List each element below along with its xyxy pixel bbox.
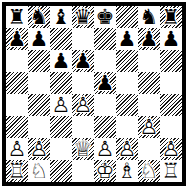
square-b7[interactable]: ♟♟ [28,28,50,50]
square-h8[interactable]: ♜♜ [160,6,182,28]
piece-black-pawn: ♟♟ [138,28,160,50]
square-g3[interactable]: ♟♙ [138,116,160,138]
piece-white-pawn: ♟♙ [116,138,138,160]
square-g2[interactable] [138,138,160,160]
piece-white-pawn: ♟♙ [160,138,182,160]
square-f1[interactable]: ♝♗ [116,160,138,182]
piece-white-knight: ♞♘ [28,160,50,182]
square-e7[interactable] [94,28,116,50]
square-a3[interactable] [6,116,28,138]
square-g7[interactable]: ♟♟ [138,28,160,50]
square-c8[interactable]: ♝♝ [50,6,72,28]
piece-white-pawn: ♟♙ [94,138,116,160]
piece-black-pawn: ♟♟ [72,50,94,72]
square-e4[interactable] [94,94,116,116]
piece-white-bishop: ♝♗ [116,160,138,182]
square-b2[interactable]: ♟♙ [28,138,50,160]
piece-black-knight: ♞♞ [28,6,50,28]
square-f2[interactable]: ♟♙ [116,138,138,160]
square-f6[interactable] [116,50,138,72]
piece-white-pawn: ♟♙ [72,94,94,116]
square-e8[interactable]: ♚♚ [94,6,116,28]
piece-white-queen: ♛♕ [72,138,94,160]
square-e5[interactable]: ♟♟ [94,72,116,94]
square-b6[interactable] [28,50,50,72]
square-f4[interactable] [116,94,138,116]
square-e6[interactable] [94,50,116,72]
square-f5[interactable] [116,72,138,94]
square-d7[interactable] [72,28,94,50]
square-e3[interactable] [94,116,116,138]
square-c4[interactable]: ♟♙ [50,94,72,116]
square-d5[interactable] [72,72,94,94]
square-h1[interactable]: ♜♖ [160,160,182,182]
piece-white-pawn: ♟♙ [6,138,28,160]
square-g6[interactable] [138,50,160,72]
piece-white-rook: ♜♖ [160,160,182,182]
square-a6[interactable] [6,50,28,72]
square-c1[interactable] [50,160,72,182]
square-b8[interactable]: ♞♞ [28,6,50,28]
square-a7[interactable]: ♟♟ [6,28,28,50]
square-a2[interactable]: ♟♙ [6,138,28,160]
square-c3[interactable] [50,116,72,138]
square-e1[interactable]: ♚♔ [94,160,116,182]
square-g4[interactable] [138,94,160,116]
piece-black-knight: ♞♞ [138,6,160,28]
piece-black-pawn: ♟♟ [28,28,50,50]
square-d2[interactable]: ♛♕ [72,138,94,160]
square-a5[interactable] [6,72,28,94]
square-h2[interactable]: ♟♙ [160,138,182,160]
square-h6[interactable] [160,50,182,72]
square-f7[interactable]: ♟♟ [116,28,138,50]
square-h7[interactable]: ♟♟ [160,28,182,50]
square-g8[interactable]: ♞♞ [138,6,160,28]
square-c6[interactable]: ♟♟ [50,50,72,72]
square-c7[interactable] [50,28,72,50]
square-h5[interactable] [160,72,182,94]
piece-black-rook: ♜♜ [6,6,28,28]
square-b1[interactable]: ♞♘ [28,160,50,182]
piece-white-pawn: ♟♙ [138,116,160,138]
piece-black-pawn: ♟♟ [160,28,182,50]
square-d8[interactable]: ♛♛ [72,6,94,28]
square-d3[interactable] [72,116,94,138]
piece-black-pawn: ♟♟ [6,28,28,50]
square-c2[interactable] [50,138,72,160]
piece-white-rook: ♜♖ [6,160,28,182]
piece-white-pawn: ♟♙ [50,94,72,116]
square-d6[interactable]: ♟♟ [72,50,94,72]
square-h3[interactable] [160,116,182,138]
square-a4[interactable] [6,94,28,116]
square-d1[interactable] [72,160,94,182]
piece-white-pawn: ♟♙ [28,138,50,160]
square-b5[interactable] [28,72,50,94]
piece-black-rook: ♜♜ [160,6,182,28]
square-a1[interactable]: ♜♖ [6,160,28,182]
square-a8[interactable]: ♜♜ [6,6,28,28]
piece-black-queen: ♛♛ [72,6,94,28]
square-d4[interactable]: ♟♙ [72,94,94,116]
piece-white-king: ♚♔ [94,160,116,182]
piece-black-pawn: ♟♟ [94,72,116,94]
chess-diagram-page: ♜♜♞♞♝♝♛♛♚♚♞♞♜♜♟♟♟♟♟♟♟♟♟♟♟♟♟♟♟♟♟♙♟♙♟♙♟♙♟♙… [0,0,194,196]
square-e2[interactable]: ♟♙ [94,138,116,160]
piece-black-bishop: ♝♝ [50,6,72,28]
square-b3[interactable] [28,116,50,138]
piece-black-pawn: ♟♟ [116,28,138,50]
board-frame: ♜♜♞♞♝♝♛♛♚♚♞♞♜♜♟♟♟♟♟♟♟♟♟♟♟♟♟♟♟♟♟♙♟♙♟♙♟♙♟♙… [2,2,186,186]
square-f3[interactable] [116,116,138,138]
square-g1[interactable]: ♞♘ [138,160,160,182]
square-c5[interactable] [50,72,72,94]
square-b4[interactable] [28,94,50,116]
square-g5[interactable] [138,72,160,94]
chess-board: ♜♜♞♞♝♝♛♛♚♚♞♞♜♜♟♟♟♟♟♟♟♟♟♟♟♟♟♟♟♟♟♙♟♙♟♙♟♙♟♙… [6,6,182,182]
piece-white-knight: ♞♘ [138,160,160,182]
piece-black-king: ♚♚ [94,6,116,28]
square-f8[interactable] [116,6,138,28]
piece-black-pawn: ♟♟ [50,50,72,72]
square-h4[interactable] [160,94,182,116]
